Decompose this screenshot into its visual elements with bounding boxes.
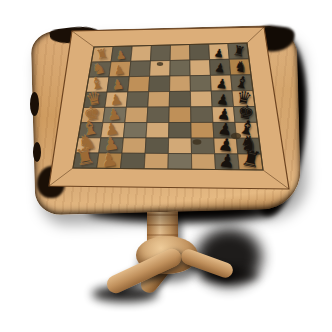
pedestal-leg-right <box>179 247 235 280</box>
chess-table-photo: ♜♟♟♜♞♟♟♞♝♟♟♝♛♟♟♛♚♟♟♚♝♟♟♝♞♟♟♞♜♟♟♜ <box>0 0 332 332</box>
table-top <box>31 25 302 216</box>
